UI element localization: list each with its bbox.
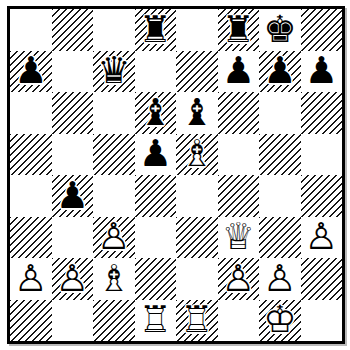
piece-white-bishop: ♝♗ [93,258,135,300]
piece-glyph: ♖ [135,300,177,342]
square-e6[interactable]: ♝♝ [176,92,218,134]
square-b1[interactable] [52,300,94,342]
piece-glyph: ♝ [135,92,177,134]
square-f4[interactable] [218,175,260,217]
piece-white-pawn: ♟♙ [52,258,94,300]
piece-black-pawn: ♟♟ [301,51,343,93]
square-e4[interactable] [176,175,218,217]
piece-glyph: ♔ [259,300,301,342]
square-d6[interactable]: ♝♝ [135,92,177,134]
piece-glyph: ♟ [52,175,94,217]
square-h3[interactable]: ♟♙ [301,217,343,259]
piece-glyph: ♟ [10,51,52,93]
square-f6[interactable] [218,92,260,134]
square-d2[interactable] [135,258,177,300]
piece-glyph: ♗ [176,134,218,176]
square-a4[interactable] [10,175,52,217]
square-d3[interactable] [135,217,177,259]
square-f3[interactable]: ♛♕ [218,217,260,259]
piece-glyph: ♙ [10,258,52,300]
piece-glyph: ♟ [135,134,177,176]
piece-black-pawn: ♟♟ [52,175,94,217]
square-e7[interactable] [176,51,218,93]
square-h6[interactable] [301,92,343,134]
square-c3[interactable]: ♟♙ [93,217,135,259]
piece-white-pawn: ♟♙ [93,217,135,259]
square-b2[interactable]: ♟♙ [52,258,94,300]
square-d7[interactable] [135,51,177,93]
piece-glyph: ♚ [259,9,301,51]
square-d8[interactable]: ♜♜ [135,9,177,51]
square-c1[interactable] [93,300,135,342]
piece-white-queen: ♛♕ [218,217,260,259]
square-a3[interactable] [10,217,52,259]
piece-black-pawn: ♟♟ [10,51,52,93]
piece-black-bishop: ♝♝ [176,92,218,134]
piece-glyph: ♕ [218,217,260,259]
piece-glyph: ♜ [218,9,260,51]
square-e8[interactable] [176,9,218,51]
square-h4[interactable] [301,175,343,217]
piece-white-pawn: ♟♙ [259,258,301,300]
piece-glyph: ♖ [176,300,218,342]
piece-black-pawn: ♟♟ [259,51,301,93]
piece-glyph: ♟ [218,51,260,93]
piece-white-king: ♚♔ [259,300,301,342]
square-a5[interactable] [10,134,52,176]
square-e3[interactable] [176,217,218,259]
square-f1[interactable] [218,300,260,342]
square-g8[interactable]: ♚♚ [259,9,301,51]
piece-glyph: ♙ [52,258,94,300]
square-c7[interactable]: ♛♛ [93,51,135,93]
piece-black-pawn: ♟♟ [135,134,177,176]
square-h1[interactable] [301,300,343,342]
square-d1[interactable]: ♜♖ [135,300,177,342]
piece-glyph: ♙ [218,258,260,300]
square-f8[interactable]: ♜♜ [218,9,260,51]
piece-black-king: ♚♚ [259,9,301,51]
piece-white-pawn: ♟♙ [301,217,343,259]
piece-glyph: ♛ [93,51,135,93]
square-f2[interactable]: ♟♙ [218,258,260,300]
square-c4[interactable] [93,175,135,217]
square-a6[interactable] [10,92,52,134]
square-e1[interactable]: ♜♖ [176,300,218,342]
piece-black-bishop: ♝♝ [135,92,177,134]
piece-glyph: ♝ [176,92,218,134]
square-b3[interactable] [52,217,94,259]
square-b5[interactable] [52,134,94,176]
square-b7[interactable] [52,51,94,93]
square-f7[interactable]: ♟♟ [218,51,260,93]
piece-black-rook: ♜♜ [218,9,260,51]
piece-black-queen: ♛♛ [93,51,135,93]
piece-glyph: ♟ [301,51,343,93]
square-c5[interactable] [93,134,135,176]
piece-white-rook: ♜♖ [135,300,177,342]
square-e5[interactable]: ♝♗ [176,134,218,176]
piece-white-bishop: ♝♗ [176,134,218,176]
square-h7[interactable]: ♟♟ [301,51,343,93]
square-a8[interactable] [10,9,52,51]
square-b8[interactable] [52,9,94,51]
square-g3[interactable] [259,217,301,259]
chess-diagram: ♜♜♜♜♚♚♟♟♛♛♟♟♟♟♟♟♝♝♝♝♟♟♝♗♟♟♟♙♛♕♟♙♟♙♟♙♝♗♟♙… [0,0,350,350]
piece-white-pawn: ♟♙ [10,258,52,300]
piece-glyph: ♙ [259,258,301,300]
square-g1[interactable]: ♚♔ [259,300,301,342]
square-h5[interactable] [301,134,343,176]
square-b6[interactable] [52,92,94,134]
square-g7[interactable]: ♟♟ [259,51,301,93]
piece-glyph: ♙ [301,217,343,259]
piece-glyph: ♗ [93,258,135,300]
square-d4[interactable] [135,175,177,217]
square-g6[interactable] [259,92,301,134]
square-g2[interactable]: ♟♙ [259,258,301,300]
square-c2[interactable]: ♝♗ [93,258,135,300]
square-c8[interactable] [93,9,135,51]
square-a1[interactable] [10,300,52,342]
square-g4[interactable] [259,175,301,217]
square-g5[interactable] [259,134,301,176]
square-f5[interactable] [218,134,260,176]
piece-white-rook: ♜♖ [176,300,218,342]
square-e2[interactable] [176,258,218,300]
square-h2[interactable] [301,258,343,300]
piece-glyph: ♟ [259,51,301,93]
square-b4[interactable]: ♟♟ [52,175,94,217]
square-d5[interactable]: ♟♟ [135,134,177,176]
square-a7[interactable]: ♟♟ [10,51,52,93]
chess-board: ♜♜♜♜♚♚♟♟♛♛♟♟♟♟♟♟♝♝♝♝♟♟♝♗♟♟♟♙♛♕♟♙♟♙♟♙♝♗♟♙… [7,6,345,344]
square-c6[interactable] [93,92,135,134]
square-a2[interactable]: ♟♙ [10,258,52,300]
square-h8[interactable] [301,9,343,51]
piece-black-rook: ♜♜ [135,9,177,51]
piece-white-pawn: ♟♙ [218,258,260,300]
piece-glyph: ♜ [135,9,177,51]
piece-black-pawn: ♟♟ [218,51,260,93]
piece-glyph: ♙ [93,217,135,259]
